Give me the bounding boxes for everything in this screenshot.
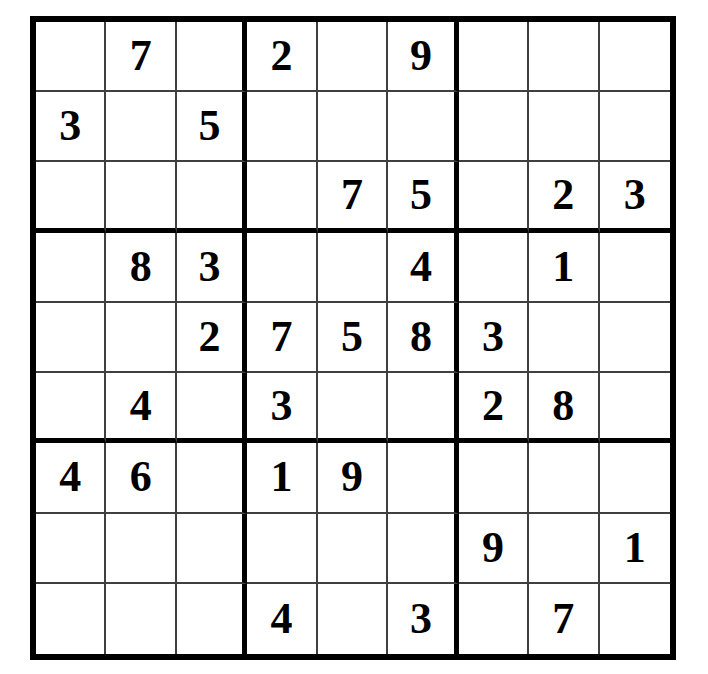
- sudoku-cell-r8c5[interactable]: [318, 514, 388, 584]
- sudoku-cell-r2c6[interactable]: [388, 92, 458, 162]
- sudoku-cell-r2c5[interactable]: [318, 92, 388, 162]
- sudoku-cell-r3c7[interactable]: [459, 162, 529, 232]
- sudoku-cell-r6c5[interactable]: [318, 373, 388, 443]
- sudoku-cell-r5c3[interactable]: 2: [177, 303, 247, 373]
- sudoku-cell-r1c6[interactable]: 9: [388, 22, 458, 92]
- sudoku-cell-r9c8[interactable]: 7: [529, 584, 599, 654]
- sudoku-cell-r7c2[interactable]: 6: [106, 443, 176, 513]
- sudoku-cell-r2c3[interactable]: 5: [177, 92, 247, 162]
- sudoku-cell-r6c8[interactable]: 8: [529, 373, 599, 443]
- sudoku-cell-r9c7[interactable]: [459, 584, 529, 654]
- sudoku-cell-r3c1[interactable]: [36, 162, 106, 232]
- sudoku-cell-r2c7[interactable]: [459, 92, 529, 162]
- sudoku-cell-r8c4[interactable]: [247, 514, 317, 584]
- sudoku-cell-r7c1[interactable]: 4: [36, 443, 106, 513]
- sudoku-cell-r6c3[interactable]: [177, 373, 247, 443]
- sudoku-cell-r5c1[interactable]: [36, 303, 106, 373]
- sudoku-cell-r3c9[interactable]: 3: [600, 162, 670, 232]
- sudoku-cell-r6c6[interactable]: [388, 373, 458, 443]
- sudoku-cell-r8c9[interactable]: 1: [600, 514, 670, 584]
- sudoku-cell-r1c9[interactable]: [600, 22, 670, 92]
- sudoku-cell-r3c2[interactable]: [106, 162, 176, 232]
- sudoku-cell-r7c9[interactable]: [600, 443, 670, 513]
- sudoku-cell-r7c8[interactable]: [529, 443, 599, 513]
- sudoku-cell-r6c9[interactable]: [600, 373, 670, 443]
- sudoku-cell-r9c2[interactable]: [106, 584, 176, 654]
- sudoku-cell-r9c9[interactable]: [600, 584, 670, 654]
- sudoku-cell-r7c3[interactable]: [177, 443, 247, 513]
- sudoku-cell-r4c6[interactable]: 4: [388, 233, 458, 303]
- sudoku-cell-r4c8[interactable]: 1: [529, 233, 599, 303]
- sudoku-cell-r5c6[interactable]: 8: [388, 303, 458, 373]
- sudoku-cell-r4c5[interactable]: [318, 233, 388, 303]
- sudoku-cell-r4c2[interactable]: 8: [106, 233, 176, 303]
- sudoku-cell-r2c8[interactable]: [529, 92, 599, 162]
- sudoku-cell-r8c2[interactable]: [106, 514, 176, 584]
- sudoku-cell-r4c1[interactable]: [36, 233, 106, 303]
- sudoku-cell-r9c5[interactable]: [318, 584, 388, 654]
- sudoku-cell-r9c1[interactable]: [36, 584, 106, 654]
- sudoku-board: 7293575238341275834328461991437: [30, 16, 676, 660]
- sudoku-cell-r9c3[interactable]: [177, 584, 247, 654]
- sudoku-cell-r1c7[interactable]: [459, 22, 529, 92]
- sudoku-cell-r7c4[interactable]: 1: [247, 443, 317, 513]
- sudoku-cell-r3c4[interactable]: [247, 162, 317, 232]
- page: 7293575238341275834328461991437: [0, 0, 708, 674]
- sudoku-cell-r7c6[interactable]: [388, 443, 458, 513]
- sudoku-cell-r4c9[interactable]: [600, 233, 670, 303]
- sudoku-cell-r8c8[interactable]: [529, 514, 599, 584]
- sudoku-cell-r1c5[interactable]: [318, 22, 388, 92]
- sudoku-cell-r6c1[interactable]: [36, 373, 106, 443]
- sudoku-cell-r5c7[interactable]: 3: [459, 303, 529, 373]
- sudoku-cell-r8c1[interactable]: [36, 514, 106, 584]
- sudoku-cell-r4c4[interactable]: [247, 233, 317, 303]
- sudoku-cell-r1c2[interactable]: 7: [106, 22, 176, 92]
- sudoku-cell-r4c7[interactable]: [459, 233, 529, 303]
- sudoku-cell-r1c4[interactable]: 2: [247, 22, 317, 92]
- sudoku-cell-r2c9[interactable]: [600, 92, 670, 162]
- sudoku-cell-r2c1[interactable]: 3: [36, 92, 106, 162]
- sudoku-cell-r8c6[interactable]: [388, 514, 458, 584]
- sudoku-cell-r2c2[interactable]: [106, 92, 176, 162]
- sudoku-cell-r3c8[interactable]: 2: [529, 162, 599, 232]
- sudoku-cell-r3c3[interactable]: [177, 162, 247, 232]
- sudoku-cell-r5c9[interactable]: [600, 303, 670, 373]
- sudoku-cell-r6c2[interactable]: 4: [106, 373, 176, 443]
- sudoku-cell-r7c5[interactable]: 9: [318, 443, 388, 513]
- sudoku-cell-r3c5[interactable]: 7: [318, 162, 388, 232]
- sudoku-cell-r6c4[interactable]: 3: [247, 373, 317, 443]
- sudoku-cell-r3c6[interactable]: 5: [388, 162, 458, 232]
- sudoku-cell-r5c8[interactable]: [529, 303, 599, 373]
- sudoku-cell-r8c3[interactable]: [177, 514, 247, 584]
- sudoku-cell-r2c4[interactable]: [247, 92, 317, 162]
- sudoku-cell-r5c5[interactable]: 5: [318, 303, 388, 373]
- sudoku-cell-r7c7[interactable]: [459, 443, 529, 513]
- sudoku-cell-r1c1[interactable]: [36, 22, 106, 92]
- sudoku-cell-r9c4[interactable]: 4: [247, 584, 317, 654]
- sudoku-cell-r5c2[interactable]: [106, 303, 176, 373]
- sudoku-cell-r4c3[interactable]: 3: [177, 233, 247, 303]
- sudoku-cell-r5c4[interactable]: 7: [247, 303, 317, 373]
- sudoku-cell-r6c7[interactable]: 2: [459, 373, 529, 443]
- sudoku-cell-r8c7[interactable]: 9: [459, 514, 529, 584]
- sudoku-cell-r1c3[interactable]: [177, 22, 247, 92]
- sudoku-cell-r1c8[interactable]: [529, 22, 599, 92]
- sudoku-cell-r9c6[interactable]: 3: [388, 584, 458, 654]
